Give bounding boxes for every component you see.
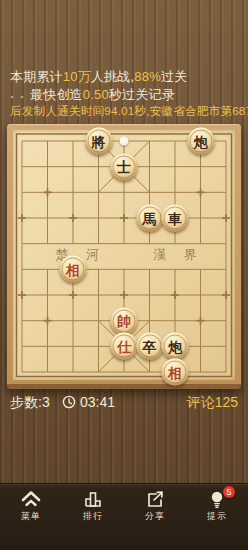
nav-label-menu: 菜单 <box>21 510 41 523</box>
piece-character: 炮 <box>168 339 182 353</box>
piece-馬-black[interactable]: 馬 <box>136 205 163 232</box>
nav-label-ranking: 排行 <box>83 510 103 523</box>
river-label-right: 漢 界 <box>135 246 215 264</box>
piece-將-black[interactable]: 將 <box>85 128 112 155</box>
piece-士-black[interactable]: 士 <box>111 153 138 180</box>
timer-value: 03:41 <box>80 394 115 410</box>
nav-label-hint: 分享 <box>145 510 165 523</box>
nav-item-menu[interactable]: 菜单 <box>0 484 62 550</box>
piece-character: 相 <box>168 365 182 379</box>
piece-character: 相 <box>66 262 80 276</box>
piece-character: 將 <box>92 134 106 148</box>
nav-item-share[interactable]: 分享 <box>124 484 186 550</box>
stats-line-challenge: 本期累计10万人挑战,88%过关 <box>10 69 244 85</box>
piece-帥-red[interactable]: 帥 <box>111 307 138 334</box>
comments-link[interactable]: 评论125 <box>187 394 238 412</box>
piece-相-red[interactable]: 相 <box>162 359 189 386</box>
piece-character: 炮 <box>194 134 208 148</box>
piece-車-black[interactable]: 車 <box>162 205 189 232</box>
piece-相-red[interactable]: 相 <box>60 256 87 283</box>
piece-character: 馬 <box>143 211 157 225</box>
move-counter: 步数:3 <box>10 394 50 412</box>
nav-label-hint: 提示 <box>207 510 227 523</box>
timer: 03:41 <box>62 394 115 410</box>
xiangqi-app-screen: 本期累计10万人挑战,88%过关 。。最快创造0.50秒过关记录 后发制人通关时… <box>0 0 248 550</box>
board-field[interactable]: 楚 河 漢 界 將炮士馬車相帥仕卒炮相 <box>13 130 235 380</box>
nav-item-hint[interactable]: 提示 5 <box>186 484 248 550</box>
piece-仕-red[interactable]: 仕 <box>111 333 138 360</box>
piece-炮-black[interactable]: 炮 <box>162 333 189 360</box>
ranking-icon <box>82 490 104 508</box>
hint-count-badge: 5 <box>223 486 235 498</box>
piece-character: 帥 <box>117 314 131 328</box>
nav-item-ranking[interactable]: 排行 <box>62 484 124 550</box>
piece-character: 卒 <box>143 339 157 353</box>
piece-character: 士 <box>117 160 131 174</box>
piece-炮-black[interactable]: 炮 <box>187 128 214 155</box>
clock-icon <box>62 395 76 409</box>
piece-character: 車 <box>168 211 182 225</box>
stats-line-ticker: 后发制人通关时间94.01秒,安徽省合肥市第687 <box>10 103 244 119</box>
last-move-marker <box>120 137 129 146</box>
stats-line-record: 。。最快创造0.50秒过关记录 <box>10 86 244 103</box>
menu-up-icon <box>20 490 42 508</box>
share-icon <box>144 490 166 508</box>
piece-character: 仕 <box>117 339 131 353</box>
bottom-navbar: 菜单 排行 分享 提示 5 <box>0 483 248 550</box>
piece-卒-black[interactable]: 卒 <box>136 333 163 360</box>
status-row: 步数:3 03:41 评论125 <box>0 394 248 414</box>
